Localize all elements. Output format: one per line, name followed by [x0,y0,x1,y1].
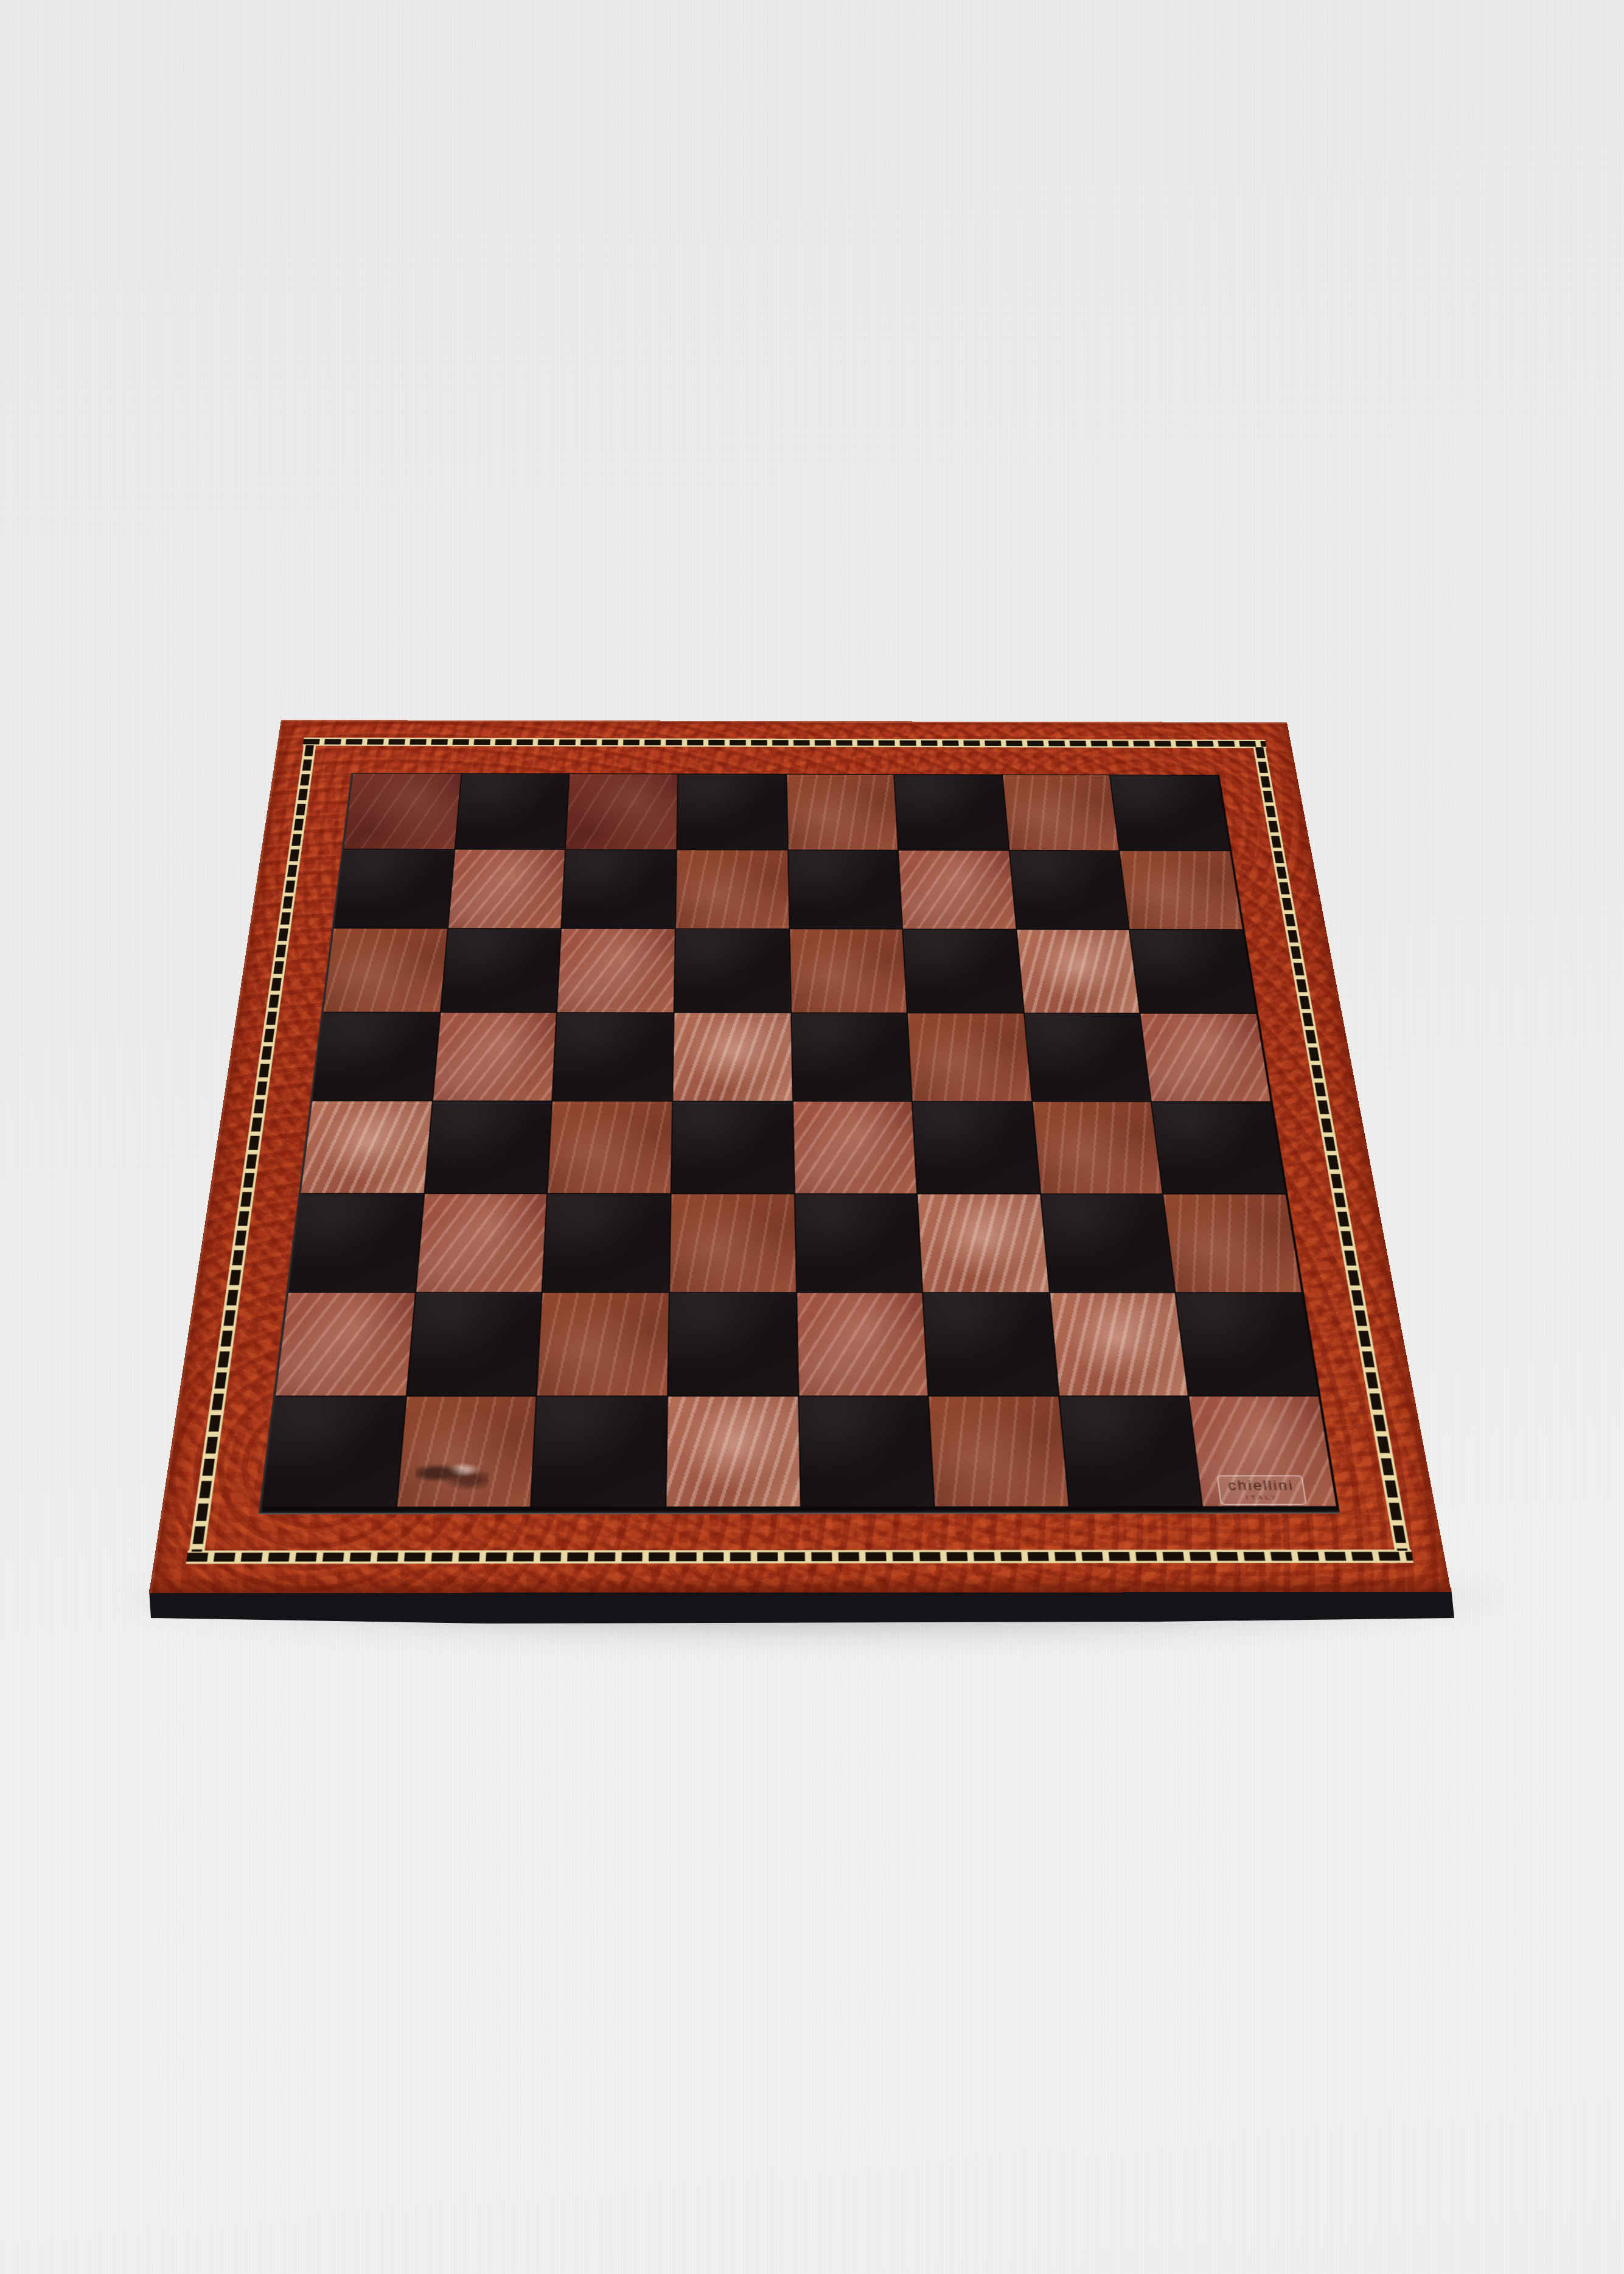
square-f1 [929,1397,1068,1507]
board-squares [262,773,1336,1507]
square-c2 [537,1292,669,1396]
square-h5 [1141,1014,1270,1101]
square-e6 [790,929,907,1012]
square-a5 [313,1013,440,1100]
square-b5 [433,1013,556,1100]
square-h8 [1110,775,1230,850]
maker-label-name: chiellini [1227,1480,1295,1493]
square-c4 [548,1101,672,1193]
square-h3 [1164,1195,1302,1292]
square-f3 [918,1195,1048,1292]
square-f2 [923,1292,1058,1396]
square-a1 [262,1397,405,1507]
scene: chiellini ITALY [0,0,1624,2274]
square-c7 [562,849,677,929]
square-d4 [671,1101,793,1194]
square-b8 [455,774,569,849]
square-b3 [416,1194,546,1291]
square-a8 [344,773,461,848]
square-d7 [676,850,789,929]
square-g8 [1003,775,1119,850]
square-b4 [425,1101,552,1193]
square-e8 [787,775,898,849]
square-a4 [301,1101,432,1193]
square-c6 [557,929,675,1012]
chessboard: chiellini ITALY [149,720,1451,1593]
square-d1 [666,1397,800,1507]
square-f6 [903,930,1023,1013]
square-h4 [1152,1101,1285,1193]
square-d5 [673,1013,792,1101]
square-g5 [1025,1013,1151,1101]
square-f4 [913,1101,1040,1194]
square-d3 [670,1195,795,1292]
square-e3 [795,1195,922,1292]
square-e2 [796,1292,928,1396]
square-a6 [324,929,447,1012]
square-g6 [1017,930,1140,1013]
square-f7 [899,850,1016,929]
square-e1 [799,1397,934,1507]
square-e5 [791,1013,911,1101]
square-d6 [674,929,790,1012]
square-h7 [1120,851,1242,929]
square-h2 [1176,1293,1318,1396]
square-g4 [1033,1101,1163,1193]
square-c3 [543,1194,670,1291]
square-e7 [788,850,902,929]
marquetry-band-bottom [186,1550,1414,1564]
square-f5 [908,1013,1031,1101]
square-b7 [448,849,565,929]
square-h6 [1131,930,1256,1013]
square-c8 [566,774,677,849]
maker-label: chiellini ITALY [1217,1475,1307,1505]
square-a2 [276,1292,414,1396]
square-b1 [397,1397,536,1507]
square-c5 [553,1013,674,1100]
square-g2 [1050,1293,1188,1396]
square-a7 [334,849,454,929]
square-b6 [441,929,561,1012]
maker-label-country: ITALY [1246,1494,1279,1501]
square-g3 [1041,1195,1175,1292]
square-g1 [1059,1397,1202,1507]
square-d2 [668,1292,798,1396]
square-c1 [532,1397,667,1507]
square-e4 [793,1101,916,1194]
square-a3 [288,1194,423,1291]
square-f8 [894,775,1008,849]
square-g7 [1009,851,1129,929]
square-d8 [677,774,787,849]
square-b2 [406,1292,542,1396]
